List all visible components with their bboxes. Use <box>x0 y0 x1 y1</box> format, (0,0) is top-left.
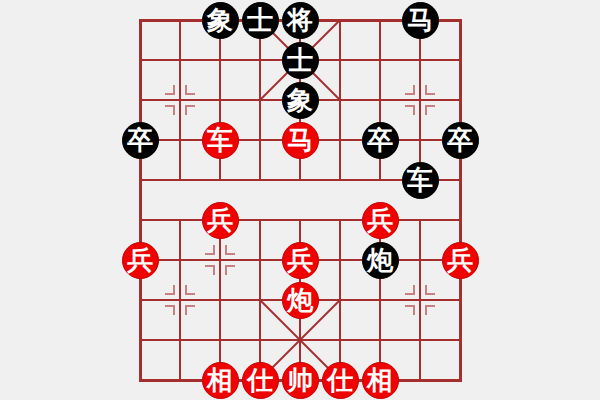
grid-line-v <box>179 20 181 180</box>
grid-line-v <box>259 20 261 180</box>
grid-line-v-border <box>459 20 462 380</box>
position-marker <box>405 85 415 95</box>
position-marker <box>165 105 175 115</box>
piece-red-general[interactable]: 帅 <box>282 362 319 399</box>
grid-line-v-border <box>139 20 142 380</box>
piece-red-cannon[interactable]: 炮 <box>282 282 319 319</box>
piece-black-general[interactable]: 将 <box>282 2 319 39</box>
grid-line-v <box>179 220 181 380</box>
piece-black-soldier[interactable]: 卒 <box>122 122 159 159</box>
piece-red-advisor[interactable]: 仕 <box>242 362 279 399</box>
piece-red-soldier[interactable]: 兵 <box>362 202 399 239</box>
position-marker <box>405 105 415 115</box>
position-marker <box>405 305 415 315</box>
position-marker <box>165 285 175 295</box>
position-marker <box>205 245 215 255</box>
piece-black-cannon[interactable]: 炮 <box>362 242 399 279</box>
position-marker <box>185 305 195 315</box>
piece-red-soldier[interactable]: 兵 <box>282 242 319 279</box>
position-marker <box>185 285 195 295</box>
piece-red-horse[interactable]: 马 <box>282 122 319 159</box>
piece-red-soldier[interactable]: 兵 <box>122 242 159 279</box>
grid-line-v <box>419 20 421 180</box>
piece-red-chariot[interactable]: 车 <box>202 122 239 159</box>
position-marker <box>425 305 435 315</box>
position-marker <box>405 285 415 295</box>
position-marker <box>225 245 235 255</box>
piece-black-soldier[interactable]: 卒 <box>442 122 479 159</box>
position-marker <box>205 265 215 275</box>
board-area: 象士将马士象卒卒卒车炮车马兵兵兵兵兵炮相仕帅仕相 <box>0 0 600 400</box>
piece-black-horse[interactable]: 马 <box>402 2 439 39</box>
piece-red-soldier[interactable]: 兵 <box>442 242 479 279</box>
position-marker <box>165 305 175 315</box>
position-marker <box>425 285 435 295</box>
grid-line-v <box>419 220 421 380</box>
grid-line-v <box>339 220 341 380</box>
piece-red-soldier[interactable]: 兵 <box>202 202 239 239</box>
piece-black-elephant[interactable]: 象 <box>282 82 319 119</box>
piece-black-advisor[interactable]: 士 <box>282 42 319 79</box>
piece-red-elephant[interactable]: 相 <box>362 362 399 399</box>
piece-red-elephant[interactable]: 相 <box>202 362 239 399</box>
piece-black-advisor[interactable]: 士 <box>242 2 279 39</box>
position-marker <box>425 105 435 115</box>
position-marker <box>165 85 175 95</box>
position-marker <box>185 105 195 115</box>
position-marker <box>425 85 435 95</box>
piece-black-chariot[interactable]: 车 <box>402 162 439 199</box>
piece-black-soldier[interactable]: 卒 <box>362 122 399 159</box>
piece-red-advisor[interactable]: 仕 <box>322 362 359 399</box>
piece-black-elephant[interactable]: 象 <box>202 2 239 39</box>
grid-line-v <box>219 220 221 380</box>
position-marker <box>185 85 195 95</box>
grid-line-v <box>259 220 261 380</box>
position-marker <box>225 265 235 275</box>
grid-line-v <box>339 20 341 180</box>
